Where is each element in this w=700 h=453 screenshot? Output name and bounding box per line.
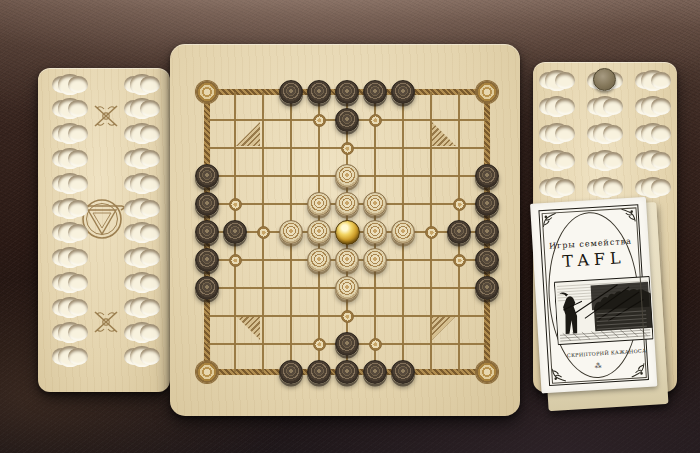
defender-piece[interactable] bbox=[335, 192, 359, 216]
tray-slot[interactable] bbox=[539, 70, 575, 91]
crossed-axes-icon bbox=[90, 308, 122, 336]
tray-slot[interactable] bbox=[124, 148, 160, 169]
defender-piece[interactable] bbox=[391, 220, 415, 244]
tray-slot[interactable] bbox=[587, 150, 623, 171]
attacker-piece[interactable] bbox=[307, 360, 331, 384]
tray-slot[interactable] bbox=[587, 96, 623, 117]
attacker-piece[interactable] bbox=[195, 276, 219, 300]
defender-piece[interactable] bbox=[307, 192, 331, 216]
intersection-ornament bbox=[229, 254, 242, 267]
attacker-piece[interactable] bbox=[335, 360, 359, 384]
stored-piece[interactable] bbox=[593, 68, 616, 91]
tray-slot[interactable] bbox=[539, 96, 575, 117]
tray-slot[interactable] bbox=[124, 346, 160, 367]
attacker-piece[interactable] bbox=[335, 108, 359, 132]
tray-slot[interactable] bbox=[635, 123, 671, 144]
attacker-piece[interactable] bbox=[279, 360, 303, 384]
tray-slot[interactable] bbox=[124, 74, 160, 95]
cover-arch bbox=[544, 210, 644, 381]
tray-slot[interactable] bbox=[587, 123, 623, 144]
tray-slot[interactable] bbox=[124, 123, 160, 144]
tray-slot[interactable] bbox=[52, 346, 88, 367]
floral-corner-icon bbox=[542, 212, 558, 228]
intersection-ornament bbox=[453, 198, 466, 211]
corner-rosette bbox=[476, 81, 498, 103]
attacker-piece[interactable] bbox=[279, 80, 303, 104]
tray-slot[interactable] bbox=[635, 150, 671, 171]
booklet-series-text: Игры семейства bbox=[541, 236, 639, 251]
intersection-ornament bbox=[229, 198, 242, 211]
attacker-piece[interactable] bbox=[475, 192, 499, 216]
defender-piece[interactable] bbox=[307, 248, 331, 272]
tray-slot[interactable] bbox=[124, 297, 160, 318]
tray-slot[interactable] bbox=[124, 198, 160, 219]
booklet-cover: Игры семейства TAFL bbox=[530, 197, 657, 394]
tafl-board bbox=[170, 44, 520, 416]
intersection-ornament bbox=[257, 226, 270, 239]
tray-slot[interactable] bbox=[52, 98, 88, 119]
attacker-piece[interactable] bbox=[335, 332, 359, 356]
defender-piece[interactable] bbox=[335, 164, 359, 188]
intersection-ornament bbox=[313, 114, 326, 127]
defender-piece[interactable] bbox=[335, 248, 359, 272]
intersection-ornament bbox=[369, 114, 382, 127]
tray-slot[interactable] bbox=[124, 222, 160, 243]
tray-slot[interactable] bbox=[587, 177, 623, 198]
attacker-piece[interactable] bbox=[475, 164, 499, 188]
king-piece[interactable] bbox=[335, 220, 360, 245]
tray-slot[interactable] bbox=[635, 96, 671, 117]
attacker-piece[interactable] bbox=[391, 80, 415, 104]
attacker-piece[interactable] bbox=[335, 80, 359, 104]
attacker-piece[interactable] bbox=[363, 80, 387, 104]
corner-rosette bbox=[196, 361, 218, 383]
intersection-ornament bbox=[369, 338, 382, 351]
defender-piece[interactable] bbox=[363, 248, 387, 272]
tray-slot[interactable] bbox=[52, 272, 88, 293]
attacker-piece[interactable] bbox=[447, 220, 471, 244]
tafl-set-photo: Игры семейства TAFL bbox=[0, 0, 700, 453]
attacker-piece[interactable] bbox=[391, 360, 415, 384]
tray-slot[interactable] bbox=[52, 74, 88, 95]
tray-slot[interactable] bbox=[124, 98, 160, 119]
booklet-title: TAFL bbox=[542, 247, 641, 272]
tray-slot[interactable] bbox=[124, 173, 160, 194]
defender-piece[interactable] bbox=[363, 192, 387, 216]
tray-slot[interactable] bbox=[124, 272, 160, 293]
rules-booklet[interactable]: Игры семейства TAFL bbox=[530, 197, 662, 404]
tray-slot[interactable] bbox=[52, 322, 88, 343]
floral-corner-icon bbox=[630, 362, 646, 378]
attacker-piece[interactable] bbox=[195, 192, 219, 216]
tray-slot[interactable] bbox=[52, 297, 88, 318]
attacker-piece[interactable] bbox=[223, 220, 247, 244]
tray-slot[interactable] bbox=[539, 177, 575, 198]
booklet-mark: ⁂ bbox=[549, 359, 647, 373]
attacker-piece[interactable] bbox=[195, 248, 219, 272]
tray-slot[interactable] bbox=[539, 150, 575, 171]
intersection-ornament bbox=[341, 310, 354, 323]
attacker-piece[interactable] bbox=[363, 360, 387, 384]
tray-slot[interactable] bbox=[52, 222, 88, 243]
crossed-axes-icon bbox=[90, 102, 122, 130]
defender-piece[interactable] bbox=[279, 220, 303, 244]
intersection-ornament bbox=[453, 254, 466, 267]
tray-slot[interactable] bbox=[52, 173, 88, 194]
floral-corner-icon bbox=[551, 367, 567, 383]
tray-slot[interactable] bbox=[52, 148, 88, 169]
booklet-publisher-text: СКРИПТОРИЙ КАЖАНОСА bbox=[567, 349, 628, 358]
cover-frame: Игры семейства TAFL bbox=[538, 204, 649, 386]
defender-piece[interactable] bbox=[363, 220, 387, 244]
floral-corner-icon bbox=[620, 207, 636, 223]
tray-slot[interactable] bbox=[52, 247, 88, 268]
attacker-piece[interactable] bbox=[307, 80, 331, 104]
attacker-piece[interactable] bbox=[475, 276, 499, 300]
tray-slot[interactable] bbox=[52, 123, 88, 144]
tray-slot[interactable] bbox=[124, 247, 160, 268]
intersection-ornament bbox=[341, 142, 354, 155]
attacker-piece[interactable] bbox=[195, 164, 219, 188]
corner-rosette bbox=[196, 81, 218, 103]
defender-piece[interactable] bbox=[335, 276, 359, 300]
intersection-ornament bbox=[313, 338, 326, 351]
woodcut-battle-engraving bbox=[554, 275, 654, 347]
tray-slot[interactable] bbox=[635, 70, 671, 91]
intersection-ornament bbox=[425, 226, 438, 239]
tray-slot[interactable] bbox=[52, 198, 88, 219]
tray-slot[interactable] bbox=[539, 123, 575, 144]
tray-slot[interactable] bbox=[635, 177, 671, 198]
attacker-piece[interactable] bbox=[475, 220, 499, 244]
attacker-piece[interactable] bbox=[195, 220, 219, 244]
attacker-piece[interactable] bbox=[475, 248, 499, 272]
tray-slot[interactable] bbox=[124, 322, 160, 343]
defender-piece[interactable] bbox=[307, 220, 331, 244]
attacker-tray bbox=[38, 68, 170, 392]
corner-rosette bbox=[476, 361, 498, 383]
